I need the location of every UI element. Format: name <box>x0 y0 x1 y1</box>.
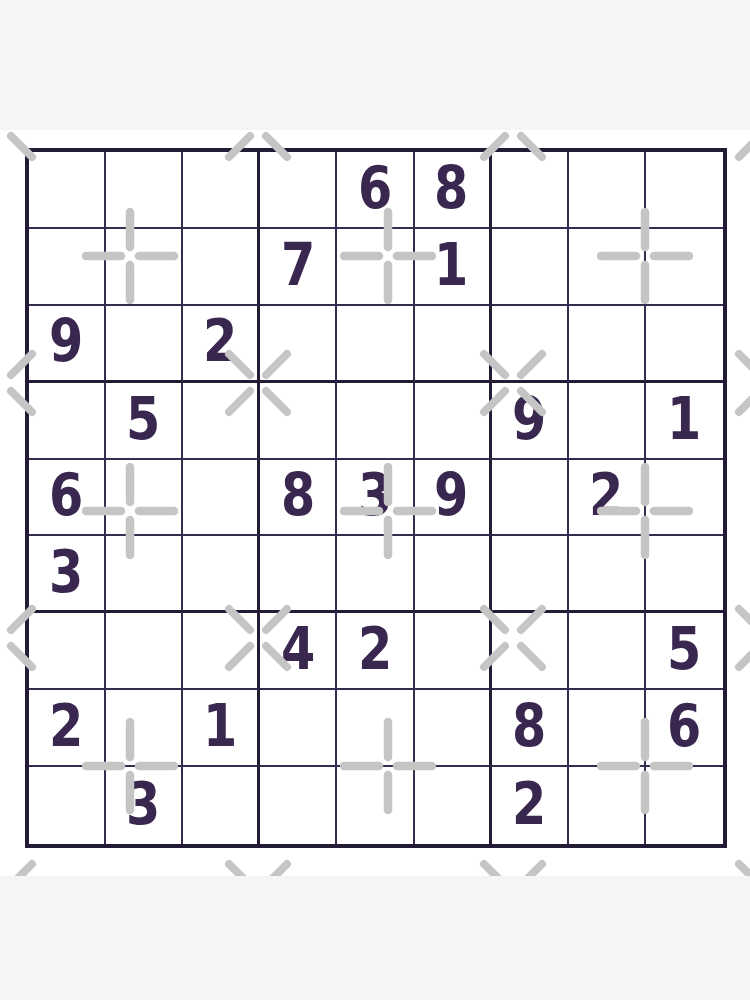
x-watermark-icon <box>477 857 549 876</box>
cell-r7c9: 5 <box>646 613 723 690</box>
x-watermark-icon <box>732 347 750 423</box>
cell-r5c6: 9 <box>415 460 492 537</box>
cell-r6c8 <box>569 536 646 613</box>
cell-r2c5 <box>337 229 414 306</box>
given-digit: 4 <box>281 620 315 681</box>
cell-r1c4 <box>260 152 337 229</box>
cell-r9c6 <box>415 767 492 844</box>
page-background: { "game": "sudoku", "position": "....68.… <box>0 0 750 1000</box>
given-digit: 6 <box>49 466 83 527</box>
cell-r7c5: 2 <box>337 613 414 690</box>
given-digit: 1 <box>203 697 237 758</box>
given-digit: 7 <box>281 236 315 297</box>
cell-r8c5 <box>337 690 414 767</box>
cell-r3c5 <box>337 306 414 383</box>
cell-r9c7: 2 <box>492 767 569 844</box>
cell-r1c5: 6 <box>337 152 414 229</box>
cell-r6c2 <box>106 536 183 613</box>
cell-r2c8 <box>569 229 646 306</box>
cell-r3c6 <box>415 306 492 383</box>
given-digit: 3 <box>127 775 161 836</box>
cell-r6c6 <box>415 536 492 613</box>
cell-r1c9 <box>646 152 723 229</box>
x-watermark-icon <box>222 857 294 876</box>
cell-r9c3 <box>183 767 260 844</box>
cell-r3c9 <box>646 306 723 383</box>
cell-r5c7 <box>492 460 569 537</box>
cell-r6c1: 3 <box>29 536 106 613</box>
cell-r5c1: 6 <box>29 460 106 537</box>
cell-r6c4 <box>260 536 337 613</box>
cell-r9c8 <box>569 767 646 844</box>
cell-r1c2 <box>106 152 183 229</box>
cell-r1c3 <box>183 152 260 229</box>
cell-r6c5 <box>337 536 414 613</box>
given-digit: 9 <box>512 390 546 451</box>
cell-r8c3: 1 <box>183 690 260 767</box>
given-digit: 8 <box>281 466 315 527</box>
cell-r9c2: 3 <box>106 767 183 844</box>
given-digit: 2 <box>49 697 83 758</box>
given-digit: 2 <box>358 620 392 681</box>
cell-r8c9: 6 <box>646 690 723 767</box>
cell-r1c8 <box>569 152 646 229</box>
cell-r8c1: 2 <box>29 690 106 767</box>
cell-r2c3 <box>183 229 260 306</box>
cell-r4c5 <box>337 383 414 460</box>
cell-r7c7 <box>492 613 569 690</box>
artwork-canvas: 687192591683923425218632 <box>0 130 750 876</box>
cell-r6c9 <box>646 536 723 613</box>
cell-r9c1 <box>29 767 106 844</box>
cell-r5c8: 2 <box>569 460 646 537</box>
cell-r8c6 <box>415 690 492 767</box>
cell-r4c3 <box>183 383 260 460</box>
cell-r3c8 <box>569 306 646 383</box>
cell-r8c2 <box>106 690 183 767</box>
cell-r7c4: 4 <box>260 613 337 690</box>
cell-r8c7: 8 <box>492 690 569 767</box>
cell-r7c3 <box>183 613 260 690</box>
x-watermark-icon <box>0 857 39 876</box>
cell-r4c2: 5 <box>106 383 183 460</box>
cell-r8c8 <box>569 690 646 767</box>
given-digit: 8 <box>512 697 546 758</box>
given-digit: 2 <box>589 466 623 527</box>
x-watermark-icon <box>732 857 750 876</box>
cell-r2c6: 1 <box>415 229 492 306</box>
cell-r2c7 <box>492 229 569 306</box>
sudoku-board: 687192591683923425218632 <box>25 148 727 848</box>
given-digit: 5 <box>127 390 161 451</box>
given-digit: 6 <box>667 697 701 758</box>
cell-r7c6 <box>415 613 492 690</box>
x-watermark-icon <box>732 602 750 678</box>
cell-r9c4 <box>260 767 337 844</box>
cell-r6c3 <box>183 536 260 613</box>
given-digit: 9 <box>49 312 83 373</box>
cell-r4c7: 9 <box>492 383 569 460</box>
cell-r4c1 <box>29 383 106 460</box>
cell-r5c4: 8 <box>260 460 337 537</box>
given-digit: 8 <box>434 159 468 220</box>
cell-r2c9 <box>646 229 723 306</box>
cell-r3c7 <box>492 306 569 383</box>
cell-r7c8 <box>569 613 646 690</box>
cell-r5c2 <box>106 460 183 537</box>
cell-r3c3: 2 <box>183 306 260 383</box>
x-watermark-icon <box>732 130 750 168</box>
cell-r4c9: 1 <box>646 383 723 460</box>
cell-r1c1 <box>29 152 106 229</box>
given-digit: 3 <box>358 466 392 527</box>
given-digit: 5 <box>667 620 701 681</box>
cell-r4c4 <box>260 383 337 460</box>
given-digit: 2 <box>512 775 546 836</box>
given-digit: 9 <box>434 466 468 527</box>
cell-r3c4 <box>260 306 337 383</box>
cell-r5c3 <box>183 460 260 537</box>
cell-r7c1 <box>29 613 106 690</box>
cell-r5c9 <box>646 460 723 537</box>
cell-r7c2 <box>106 613 183 690</box>
cell-r3c2 <box>106 306 183 383</box>
cell-r2c4: 7 <box>260 229 337 306</box>
cell-r9c5 <box>337 767 414 844</box>
cell-r3c1: 9 <box>29 306 106 383</box>
cell-r4c6 <box>415 383 492 460</box>
given-digit: 3 <box>49 543 83 604</box>
given-digit: 1 <box>434 236 468 297</box>
cell-r6c7 <box>492 536 569 613</box>
cell-r8c4 <box>260 690 337 767</box>
given-digit: 2 <box>203 312 237 373</box>
cell-r9c9 <box>646 767 723 844</box>
cell-r1c6: 8 <box>415 152 492 229</box>
cell-r1c7 <box>492 152 569 229</box>
given-digit: 1 <box>667 390 701 451</box>
cell-r2c1 <box>29 229 106 306</box>
cell-r5c5: 3 <box>337 460 414 537</box>
cell-r4c8 <box>569 383 646 460</box>
cell-r2c2 <box>106 229 183 306</box>
given-digit: 6 <box>358 159 392 220</box>
